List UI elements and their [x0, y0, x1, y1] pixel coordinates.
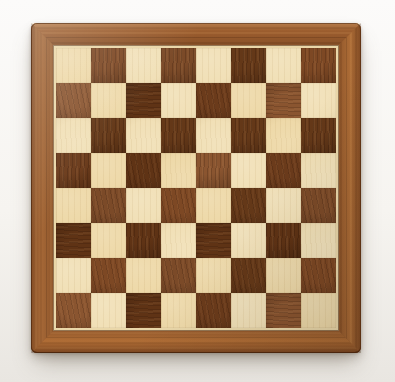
square-f8[interactable]	[231, 48, 266, 83]
square-d6[interactable]	[161, 118, 196, 153]
square-g6[interactable]	[266, 118, 301, 153]
square-b6[interactable]	[91, 118, 126, 153]
square-g4[interactable]	[266, 188, 301, 223]
square-b4[interactable]	[91, 188, 126, 223]
square-b5[interactable]	[91, 153, 126, 188]
board-playing-area	[53, 45, 339, 331]
square-c2[interactable]	[126, 258, 161, 293]
square-f3[interactable]	[231, 223, 266, 258]
square-c4[interactable]	[126, 188, 161, 223]
square-h2[interactable]	[301, 258, 336, 293]
square-e3[interactable]	[196, 223, 231, 258]
square-e7[interactable]	[196, 83, 231, 118]
square-a4[interactable]	[56, 188, 91, 223]
photo-background	[0, 0, 395, 382]
square-e4[interactable]	[196, 188, 231, 223]
square-g2[interactable]	[266, 258, 301, 293]
square-d1[interactable]	[161, 293, 196, 328]
square-e8[interactable]	[196, 48, 231, 83]
square-f1[interactable]	[231, 293, 266, 328]
square-d4[interactable]	[161, 188, 196, 223]
square-b7[interactable]	[91, 83, 126, 118]
square-a2[interactable]	[56, 258, 91, 293]
square-d7[interactable]	[161, 83, 196, 118]
square-e5[interactable]	[196, 153, 231, 188]
square-b3[interactable]	[91, 223, 126, 258]
square-d8[interactable]	[161, 48, 196, 83]
square-f5[interactable]	[231, 153, 266, 188]
square-h7[interactable]	[301, 83, 336, 118]
square-a7[interactable]	[56, 83, 91, 118]
square-h3[interactable]	[301, 223, 336, 258]
square-c6[interactable]	[126, 118, 161, 153]
square-d2[interactable]	[161, 258, 196, 293]
square-h4[interactable]	[301, 188, 336, 223]
square-h1[interactable]	[301, 293, 336, 328]
square-c7[interactable]	[126, 83, 161, 118]
chess-board	[31, 23, 361, 353]
square-b8[interactable]	[91, 48, 126, 83]
square-a3[interactable]	[56, 223, 91, 258]
square-d3[interactable]	[161, 223, 196, 258]
square-g1[interactable]	[266, 293, 301, 328]
square-c8[interactable]	[126, 48, 161, 83]
square-a6[interactable]	[56, 118, 91, 153]
square-f2[interactable]	[231, 258, 266, 293]
board-grid	[56, 48, 336, 328]
square-f4[interactable]	[231, 188, 266, 223]
square-e6[interactable]	[196, 118, 231, 153]
square-g7[interactable]	[266, 83, 301, 118]
square-d5[interactable]	[161, 153, 196, 188]
square-h8[interactable]	[301, 48, 336, 83]
square-b2[interactable]	[91, 258, 126, 293]
square-g5[interactable]	[266, 153, 301, 188]
square-h5[interactable]	[301, 153, 336, 188]
square-e1[interactable]	[196, 293, 231, 328]
square-c3[interactable]	[126, 223, 161, 258]
square-g3[interactable]	[266, 223, 301, 258]
square-a8[interactable]	[56, 48, 91, 83]
square-a5[interactable]	[56, 153, 91, 188]
square-f7[interactable]	[231, 83, 266, 118]
square-a1[interactable]	[56, 293, 91, 328]
square-f6[interactable]	[231, 118, 266, 153]
square-g8[interactable]	[266, 48, 301, 83]
square-c1[interactable]	[126, 293, 161, 328]
square-e2[interactable]	[196, 258, 231, 293]
square-b1[interactable]	[91, 293, 126, 328]
square-c5[interactable]	[126, 153, 161, 188]
square-h6[interactable]	[301, 118, 336, 153]
